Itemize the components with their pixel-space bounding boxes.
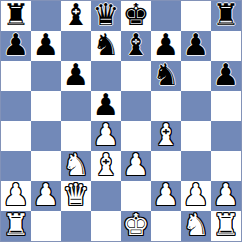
piece-black-pawn[interactable]: ♟	[33, 30, 60, 60]
piece-white-pawn[interactable]: ♟	[3, 180, 30, 210]
piece-black-pawn[interactable]: ♟	[63, 60, 90, 90]
piece-black-bishop[interactable]: ♝	[63, 0, 90, 30]
square-d1[interactable]	[91, 211, 121, 241]
square-d3[interactable]: ♝	[91, 151, 121, 181]
square-c6[interactable]: ♟	[61, 61, 91, 91]
square-h5[interactable]	[211, 91, 241, 121]
piece-black-queen[interactable]: ♛	[93, 0, 120, 30]
square-f1[interactable]	[151, 211, 181, 241]
square-b2[interactable]: ♟	[31, 181, 61, 211]
piece-white-pawn[interactable]: ♟	[33, 180, 60, 210]
square-h6[interactable]: ♟	[211, 61, 241, 91]
square-g4[interactable]	[181, 121, 211, 151]
square-a7[interactable]: ♟	[1, 31, 31, 61]
square-e1[interactable]: ♚	[121, 211, 151, 241]
piece-white-bishop[interactable]: ♝	[153, 120, 180, 150]
square-e6[interactable]	[121, 61, 151, 91]
piece-black-rook[interactable]: ♜	[213, 0, 240, 30]
square-a1[interactable]: ♜	[1, 211, 31, 241]
square-a4[interactable]	[1, 121, 31, 151]
square-c1[interactable]	[61, 211, 91, 241]
square-e3[interactable]: ♟	[121, 151, 151, 181]
piece-white-pawn[interactable]: ♟	[153, 180, 180, 210]
square-e5[interactable]	[121, 91, 151, 121]
piece-white-pawn[interactable]: ♟	[93, 120, 120, 150]
square-c2[interactable]: ♛	[61, 181, 91, 211]
square-h8[interactable]: ♜	[211, 1, 241, 31]
piece-white-pawn[interactable]: ♟	[183, 180, 210, 210]
square-e7[interactable]: ♝	[121, 31, 151, 61]
piece-black-pawn[interactable]: ♟	[93, 90, 120, 120]
square-g6[interactable]	[181, 61, 211, 91]
piece-black-pawn[interactable]: ♟	[153, 30, 180, 60]
square-d7[interactable]: ♞	[91, 31, 121, 61]
piece-white-king[interactable]: ♚	[123, 210, 150, 240]
square-d2[interactable]	[91, 181, 121, 211]
square-b5[interactable]	[31, 91, 61, 121]
piece-white-pawn[interactable]: ♟	[123, 150, 150, 180]
piece-white-bishop[interactable]: ♝	[93, 150, 120, 180]
square-f2[interactable]: ♟	[151, 181, 181, 211]
square-b4[interactable]	[31, 121, 61, 151]
square-g1[interactable]: ♞	[181, 211, 211, 241]
square-c8[interactable]: ♝	[61, 1, 91, 31]
square-g5[interactable]	[181, 91, 211, 121]
piece-black-rook[interactable]: ♜	[3, 0, 30, 30]
piece-black-knight[interactable]: ♞	[153, 60, 180, 90]
piece-white-rook[interactable]: ♜	[213, 210, 240, 240]
square-c5[interactable]	[61, 91, 91, 121]
square-b7[interactable]: ♟	[31, 31, 61, 61]
square-h4[interactable]	[211, 121, 241, 151]
square-b1[interactable]	[31, 211, 61, 241]
square-a5[interactable]	[1, 91, 31, 121]
square-a6[interactable]	[1, 61, 31, 91]
piece-white-knight[interactable]: ♞	[63, 150, 90, 180]
piece-black-knight[interactable]: ♞	[93, 30, 120, 60]
piece-black-pawn[interactable]: ♟	[183, 30, 210, 60]
chess-board: ♜♝♛♚♜♟♟♞♝♟♟♟♞♟♟♟♝♞♝♟♟♟♛♟♟♟♜♚♞♜	[0, 0, 242, 242]
piece-white-queen[interactable]: ♛	[63, 180, 90, 210]
piece-white-rook[interactable]: ♜	[3, 210, 30, 240]
square-g7[interactable]: ♟	[181, 31, 211, 61]
square-h1[interactable]: ♜	[211, 211, 241, 241]
piece-white-pawn[interactable]: ♟	[213, 180, 240, 210]
piece-white-knight[interactable]: ♞	[183, 210, 210, 240]
square-f6[interactable]: ♞	[151, 61, 181, 91]
piece-black-king[interactable]: ♚	[123, 0, 150, 30]
piece-black-pawn[interactable]: ♟	[213, 60, 240, 90]
piece-black-bishop[interactable]: ♝	[123, 30, 150, 60]
square-f4[interactable]: ♝	[151, 121, 181, 151]
piece-black-pawn[interactable]: ♟	[3, 30, 30, 60]
square-b6[interactable]	[31, 61, 61, 91]
